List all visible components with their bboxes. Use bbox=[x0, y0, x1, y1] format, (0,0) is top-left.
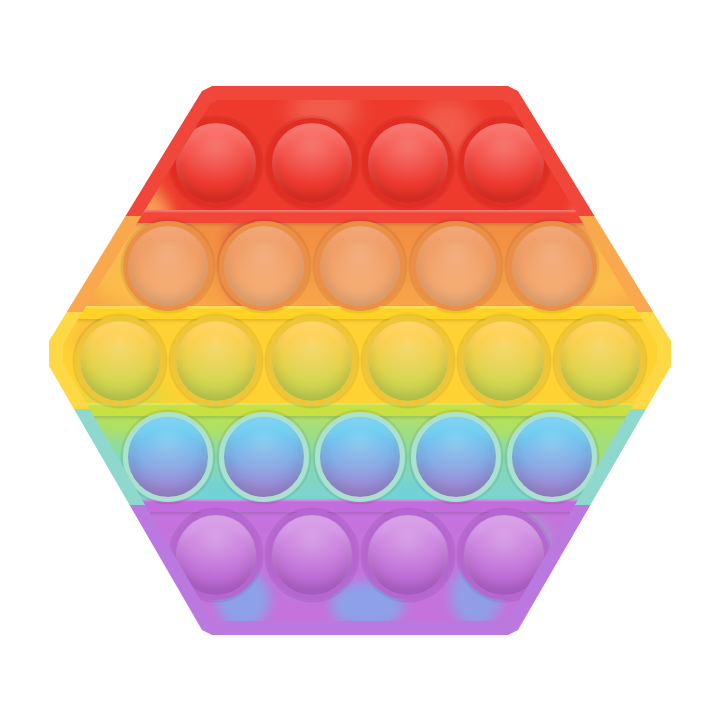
row-band-red bbox=[0, 86, 720, 216]
bubble-r3c2-yellow[interactable] bbox=[171, 316, 261, 406]
row-band-purple bbox=[0, 505, 720, 635]
bubble-r5c3-purple[interactable] bbox=[363, 510, 453, 600]
bubble-r5c2-purple[interactable] bbox=[267, 510, 357, 600]
bubble-r2c5-orange[interactable] bbox=[507, 221, 597, 311]
bubble-r3c4-yellow[interactable] bbox=[363, 316, 453, 406]
pop-it-tray-floor bbox=[0, 0, 720, 720]
bubble-r3c1-yellow[interactable] bbox=[75, 316, 165, 406]
bubble-r4c1-blue[interactable] bbox=[123, 412, 213, 502]
bubble-r1c2-red[interactable] bbox=[267, 118, 357, 208]
bubble-r3c6-yellow[interactable] bbox=[555, 316, 645, 406]
bubble-r4c4-blue[interactable] bbox=[411, 412, 501, 502]
bubble-r4c2-blue[interactable] bbox=[219, 412, 309, 502]
bubble-r3c3-yellow[interactable] bbox=[267, 316, 357, 406]
bubble-r4c3-blue[interactable] bbox=[315, 412, 405, 502]
bubble-r1c3-red[interactable] bbox=[363, 118, 453, 208]
bubble-r4c5-blue[interactable] bbox=[507, 412, 597, 502]
bubble-r2c4-orange[interactable] bbox=[411, 221, 501, 311]
bubble-r2c3-orange[interactable] bbox=[315, 221, 405, 311]
bubble-r2c2-orange[interactable] bbox=[219, 221, 309, 311]
bubble-r2c1-orange[interactable] bbox=[123, 221, 213, 311]
bubble-r3c5-yellow[interactable] bbox=[459, 316, 549, 406]
white-background bbox=[0, 0, 720, 720]
